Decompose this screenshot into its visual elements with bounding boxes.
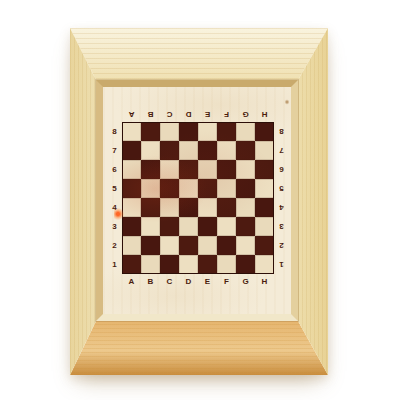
rank-label-right-8: 8 — [274, 122, 289, 141]
square-e3 — [198, 217, 217, 236]
file-label-bottom-h: H — [255, 274, 274, 289]
file-label-top-c: C — [160, 107, 179, 122]
file-label-top-g: G — [236, 107, 255, 122]
rank-label-right-4: 4 — [274, 198, 289, 217]
square-a1 — [122, 255, 141, 274]
square-a8 — [122, 122, 141, 141]
file-label-bottom-a: A — [122, 274, 141, 289]
square-e7 — [198, 141, 217, 160]
square-f3 — [217, 217, 236, 236]
square-c5 — [160, 179, 179, 198]
board-corner-spacer — [107, 107, 122, 122]
square-h1 — [255, 255, 274, 274]
square-f7 — [217, 141, 236, 160]
square-d8 — [179, 122, 198, 141]
square-e5 — [198, 179, 217, 198]
square-c8 — [160, 122, 179, 141]
square-g4 — [236, 198, 255, 217]
rank-label-right-7: 7 — [274, 141, 289, 160]
rank-label-left-3: 3 — [107, 217, 122, 236]
square-d2 — [179, 236, 198, 255]
rank-label-left-7: 7 — [107, 141, 122, 160]
square-c2 — [160, 236, 179, 255]
square-c1 — [160, 255, 179, 274]
chess-board: ABCDEFGH8877665544332211ABCDEFGH — [107, 107, 289, 289]
square-b2 — [141, 236, 160, 255]
square-d7 — [179, 141, 198, 160]
square-g7 — [236, 141, 255, 160]
file-label-top-a: A — [122, 107, 141, 122]
square-b7 — [141, 141, 160, 160]
birch-panel: ABCDEFGH8877665544332211ABCDEFGH — [103, 87, 291, 314]
file-label-bottom-d: D — [179, 274, 198, 289]
square-a5 — [122, 179, 141, 198]
square-c7 — [160, 141, 179, 160]
wooden-frame: ABCDEFGH8877665544332211ABCDEFGH — [70, 28, 328, 375]
square-g5 — [236, 179, 255, 198]
square-a6 — [122, 160, 141, 179]
file-label-bottom-b: B — [141, 274, 160, 289]
square-e2 — [198, 236, 217, 255]
square-b1 — [141, 255, 160, 274]
square-b4 — [141, 198, 160, 217]
file-label-top-d: D — [179, 107, 198, 122]
rank-label-left-8: 8 — [107, 122, 122, 141]
rank-label-left-4: 4 — [107, 198, 122, 217]
square-e1 — [198, 255, 217, 274]
rank-label-left-5: 5 — [107, 179, 122, 198]
square-g8 — [236, 122, 255, 141]
square-d6 — [179, 160, 198, 179]
square-f2 — [217, 236, 236, 255]
file-label-top-f: F — [217, 107, 236, 122]
rank-label-left-2: 2 — [107, 236, 122, 255]
square-b6 — [141, 160, 160, 179]
square-c4 — [160, 198, 179, 217]
file-label-bottom-f: F — [217, 274, 236, 289]
file-label-top-e: E — [198, 107, 217, 122]
square-b3 — [141, 217, 160, 236]
square-b5 — [141, 179, 160, 198]
rank-label-left-6: 6 — [107, 160, 122, 179]
square-e6 — [198, 160, 217, 179]
rank-label-right-6: 6 — [274, 160, 289, 179]
chess-board-product-photo: ABCDEFGH8877665544332211ABCDEFGH — [0, 0, 400, 400]
square-f8 — [217, 122, 236, 141]
square-h8 — [255, 122, 274, 141]
board-corner-spacer — [274, 274, 289, 289]
square-a3 — [122, 217, 141, 236]
square-f1 — [217, 255, 236, 274]
rank-label-right-1: 1 — [274, 255, 289, 274]
square-e8 — [198, 122, 217, 141]
file-label-top-h: H — [255, 107, 274, 122]
square-d5 — [179, 179, 198, 198]
rank-label-right-5: 5 — [274, 179, 289, 198]
square-g3 — [236, 217, 255, 236]
square-b8 — [141, 122, 160, 141]
square-c6 — [160, 160, 179, 179]
square-h6 — [255, 160, 274, 179]
square-h5 — [255, 179, 274, 198]
square-a4 — [122, 198, 141, 217]
rank-label-left-1: 1 — [107, 255, 122, 274]
square-d3 — [179, 217, 198, 236]
square-c3 — [160, 217, 179, 236]
rank-label-right-2: 2 — [274, 236, 289, 255]
board-corner-spacer — [274, 107, 289, 122]
square-g6 — [236, 160, 255, 179]
square-f5 — [217, 179, 236, 198]
square-a2 — [122, 236, 141, 255]
square-h4 — [255, 198, 274, 217]
square-e4 — [198, 198, 217, 217]
square-h3 — [255, 217, 274, 236]
file-label-top-b: B — [141, 107, 160, 122]
board-corner-spacer — [107, 274, 122, 289]
square-d4 — [179, 198, 198, 217]
rank-label-right-3: 3 — [274, 217, 289, 236]
square-g1 — [236, 255, 255, 274]
wood-grain-fleck — [285, 99, 289, 105]
square-h2 — [255, 236, 274, 255]
square-d1 — [179, 255, 198, 274]
file-label-bottom-e: E — [198, 274, 217, 289]
square-f4 — [217, 198, 236, 217]
square-h7 — [255, 141, 274, 160]
square-a7 — [122, 141, 141, 160]
file-label-bottom-c: C — [160, 274, 179, 289]
square-f6 — [217, 160, 236, 179]
panel-bevel-moulding: ABCDEFGH8877665544332211ABCDEFGH — [96, 80, 298, 321]
file-label-bottom-g: G — [236, 274, 255, 289]
square-g2 — [236, 236, 255, 255]
